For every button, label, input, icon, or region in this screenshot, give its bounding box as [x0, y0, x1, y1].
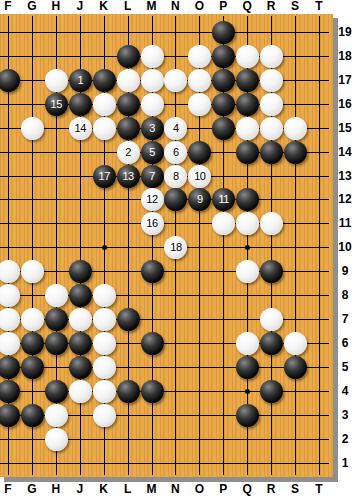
stone-R6[interactable] [260, 332, 283, 355]
coord-label-col-R: R [267, 482, 276, 496]
coord-label-col-S: S [291, 482, 299, 496]
stone-J8[interactable] [69, 284, 92, 307]
stone-M12[interactable]: 12 [141, 188, 164, 211]
stone-F9[interactable] [0, 260, 20, 283]
stone-K8[interactable] [93, 284, 116, 307]
stone-G15[interactable] [21, 117, 44, 140]
coord-label-col-Q: Q [243, 482, 252, 496]
move-number: 18 [170, 242, 181, 253]
stone-M11[interactable]: 16 [141, 212, 164, 235]
move-number: 10 [194, 171, 205, 182]
stone-Q5[interactable] [236, 356, 259, 379]
move-number: 6 [173, 147, 179, 158]
stone-O14[interactable] [188, 141, 211, 164]
coord-label-col-L: L [124, 0, 131, 13]
stone-M17[interactable] [141, 69, 164, 92]
move-number: 2 [125, 147, 131, 158]
stone-R7[interactable] [260, 308, 283, 331]
stone-K16[interactable] [93, 93, 116, 116]
stone-O12[interactable]: 9 [188, 188, 211, 211]
stone-K13[interactable]: 17 [93, 165, 116, 188]
stone-N10[interactable]: 18 [164, 236, 187, 259]
stone-R4[interactable] [260, 380, 283, 403]
stone-K3[interactable] [93, 404, 116, 427]
coord-label-col-R: R [267, 0, 276, 13]
move-number: 11 [218, 194, 229, 205]
stone-R15[interactable] [260, 117, 283, 140]
stone-M9[interactable] [141, 260, 164, 283]
coord-label-col-J: J [76, 482, 83, 496]
coord-label-col-O: O [195, 0, 204, 13]
stone-O18[interactable] [188, 45, 211, 68]
stone-L16[interactable] [117, 93, 140, 116]
coord-label-col-S: S [291, 0, 299, 13]
coord-label-col-N: N [171, 0, 180, 13]
stone-Q3[interactable] [236, 404, 259, 427]
stone-L18[interactable] [117, 45, 140, 68]
stone-Q17[interactable] [236, 69, 259, 92]
grid-hline [0, 367, 329, 368]
stone-S6[interactable] [284, 332, 307, 355]
move-number: 15 [51, 99, 62, 110]
stone-H17[interactable] [45, 69, 68, 92]
stone-N13[interactable]: 8 [164, 165, 187, 188]
stone-F3[interactable] [0, 404, 20, 427]
stone-H7[interactable] [45, 308, 68, 331]
coord-label-col-T: T [315, 0, 322, 13]
stone-Q9[interactable] [236, 260, 259, 283]
stone-N12[interactable] [164, 188, 187, 211]
stone-K5[interactable] [93, 356, 116, 379]
stone-H2[interactable] [45, 428, 68, 451]
stone-H6[interactable] [45, 332, 68, 355]
stone-G5[interactable] [21, 356, 44, 379]
star-point [102, 245, 107, 250]
stone-M15[interactable]: 3 [141, 117, 164, 140]
stone-P16[interactable] [212, 93, 235, 116]
stone-F6[interactable] [0, 332, 20, 355]
coord-label-col-L: L [124, 482, 131, 496]
stone-O13[interactable]: 10 [188, 165, 211, 188]
stone-J15[interactable]: 14 [69, 117, 92, 140]
star-point [245, 245, 250, 250]
stone-K6[interactable] [93, 332, 116, 355]
stone-N15[interactable]: 4 [164, 117, 187, 140]
coord-label-col-H: H [51, 0, 60, 13]
coord-label-col-O: O [195, 482, 204, 496]
move-number: 7 [149, 171, 155, 182]
stone-R11[interactable] [260, 212, 283, 235]
stone-F5[interactable] [0, 356, 20, 379]
stone-F4[interactable] [0, 380, 20, 403]
stone-M16[interactable] [141, 93, 164, 116]
stone-F7[interactable] [0, 308, 20, 331]
board-shadow-bottom [4, 477, 338, 482]
move-number: 16 [146, 218, 157, 229]
stone-M14[interactable]: 5 [141, 141, 164, 164]
move-number: 5 [149, 147, 155, 158]
stone-Q14[interactable] [236, 141, 259, 164]
stone-H4[interactable] [45, 380, 68, 403]
move-number: 17 [98, 171, 109, 182]
stone-J7[interactable] [69, 308, 92, 331]
stone-K4[interactable] [93, 380, 116, 403]
stone-P18[interactable] [212, 45, 235, 68]
stone-F8[interactable] [0, 284, 20, 307]
stone-K15[interactable] [93, 117, 116, 140]
stone-O17[interactable] [188, 69, 211, 92]
stone-F17[interactable] [0, 69, 20, 92]
move-number: 1 [77, 75, 83, 86]
coord-label-col-H: H [51, 482, 60, 496]
stone-P19[interactable] [212, 21, 235, 44]
stone-R9[interactable] [260, 260, 283, 283]
stone-M13[interactable]: 7 [141, 165, 164, 188]
stone-L17[interactable] [117, 69, 140, 92]
stone-M4[interactable] [141, 380, 164, 403]
stone-L7[interactable] [117, 308, 140, 331]
stone-M18[interactable] [141, 45, 164, 68]
grid-hline [0, 463, 329, 464]
coord-label-col-F: F [4, 482, 11, 496]
coord-label-col-P: P [219, 0, 227, 13]
stone-G3[interactable] [21, 404, 44, 427]
stone-Q11[interactable] [236, 212, 259, 235]
stone-S5[interactable] [284, 356, 307, 379]
stone-J9[interactable] [69, 260, 92, 283]
stone-K7[interactable] [93, 308, 116, 331]
stone-P15[interactable] [212, 117, 235, 140]
stone-K17[interactable] [93, 69, 116, 92]
stone-P12[interactable]: 11 [212, 188, 235, 211]
move-number: 9 [197, 194, 203, 205]
stone-R17[interactable] [260, 69, 283, 92]
coord-label-col-F: F [4, 0, 11, 13]
coord-label-col-M: M [147, 0, 157, 13]
stone-G7[interactable] [21, 308, 44, 331]
coord-label-col-T: T [315, 482, 322, 496]
coord-label-col-Q: Q [243, 0, 252, 13]
stone-N17[interactable] [164, 69, 187, 92]
star-point [245, 389, 250, 394]
stone-J17[interactable]: 1 [69, 69, 92, 92]
stone-G9[interactable] [21, 260, 44, 283]
grid-vline [295, 16, 296, 475]
move-number: 13 [122, 171, 133, 182]
board-shadow-right [333, 18, 338, 482]
move-number: 3 [149, 123, 155, 134]
stone-J4[interactable] [69, 380, 92, 403]
stone-Q16[interactable] [236, 93, 259, 116]
stone-R16[interactable] [260, 93, 283, 116]
grid-hline [0, 32, 329, 33]
stone-R14[interactable] [260, 141, 283, 164]
stone-Q18[interactable] [236, 45, 259, 68]
go-diagram: 115143425617137810129111618 FGHJKLMNOPQR… [0, 0, 356, 500]
coord-label-col-P: P [219, 482, 227, 496]
stone-Q6[interactable] [236, 332, 259, 355]
stone-H8[interactable] [45, 284, 68, 307]
stone-L15[interactable] [117, 117, 140, 140]
stone-L14[interactable]: 2 [117, 141, 140, 164]
stone-H3[interactable] [45, 404, 68, 427]
coord-label-col-G: G [27, 0, 36, 13]
stone-N14[interactable]: 6 [164, 141, 187, 164]
stone-S15[interactable] [284, 117, 307, 140]
coord-label-col-K: K [99, 0, 108, 13]
stone-J6[interactable] [69, 332, 92, 355]
stone-P11[interactable] [212, 212, 235, 235]
stone-S14[interactable] [284, 141, 307, 164]
move-number: 8 [173, 171, 179, 182]
stone-J5[interactable] [69, 356, 92, 379]
stone-M6[interactable] [141, 332, 164, 355]
coord-label-col-K: K [99, 482, 108, 496]
move-number: 4 [173, 123, 179, 134]
stone-O16[interactable] [188, 93, 211, 116]
coord-label-col-J: J [76, 0, 83, 13]
stone-R18[interactable] [260, 45, 283, 68]
coord-label-col-N: N [171, 482, 180, 496]
stone-G6[interactable] [21, 332, 44, 355]
stone-L4[interactable] [117, 380, 140, 403]
move-number: 12 [146, 194, 157, 205]
coord-label-col-G: G [27, 482, 36, 496]
stone-H16[interactable]: 15 [45, 93, 68, 116]
grid-vline [319, 16, 320, 475]
go-board[interactable]: 115143425617137810129111618 [0, 14, 333, 477]
stone-J16[interactable] [69, 93, 92, 116]
stone-Q12[interactable] [236, 188, 259, 211]
move-number: 14 [75, 123, 86, 134]
stone-L13[interactable]: 13 [117, 165, 140, 188]
stone-Q15[interactable] [236, 117, 259, 140]
stone-P17[interactable] [212, 69, 235, 92]
coord-label-col-M: M [147, 482, 157, 496]
